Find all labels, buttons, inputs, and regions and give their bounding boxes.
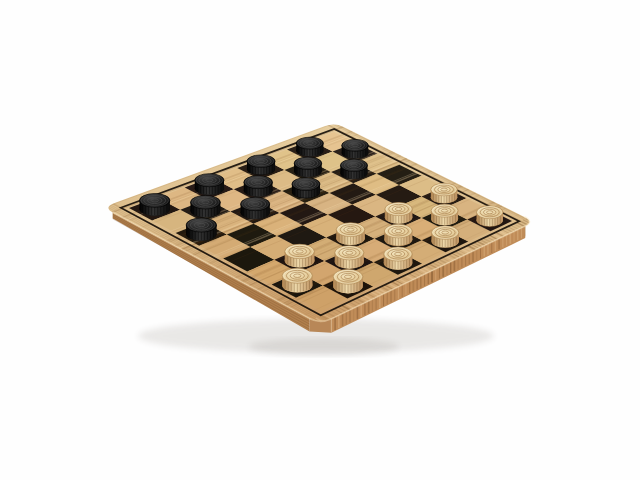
checker-black[interactable]: [195, 174, 226, 196]
checkers-board-photo: [0, 0, 640, 480]
checker-white[interactable]: [282, 268, 314, 294]
checker-black[interactable]: [191, 195, 223, 218]
checker-white[interactable]: [385, 203, 414, 225]
checker-white[interactable]: [333, 269, 365, 294]
checker-white[interactable]: [431, 204, 460, 226]
checker-black[interactable]: [296, 137, 325, 157]
checker-white[interactable]: [431, 226, 460, 249]
checker-black[interactable]: [139, 194, 171, 217]
checker-black[interactable]: [292, 178, 322, 200]
checker-white[interactable]: [384, 247, 414, 271]
checker-white[interactable]: [431, 183, 459, 204]
checker-black[interactable]: [241, 197, 272, 220]
checker-white[interactable]: [336, 223, 366, 246]
checker-black[interactable]: [247, 155, 277, 176]
checker-black[interactable]: [342, 139, 370, 159]
checker-white[interactable]: [285, 244, 317, 269]
checker-white[interactable]: [476, 206, 504, 228]
checker-black[interactable]: [340, 159, 369, 180]
checker-black[interactable]: [186, 218, 218, 242]
checker-white[interactable]: [384, 224, 414, 247]
photo-stage: [0, 0, 640, 480]
checker-black[interactable]: [244, 176, 274, 198]
checker-white[interactable]: [335, 246, 366, 270]
checker-black[interactable]: [294, 157, 323, 178]
